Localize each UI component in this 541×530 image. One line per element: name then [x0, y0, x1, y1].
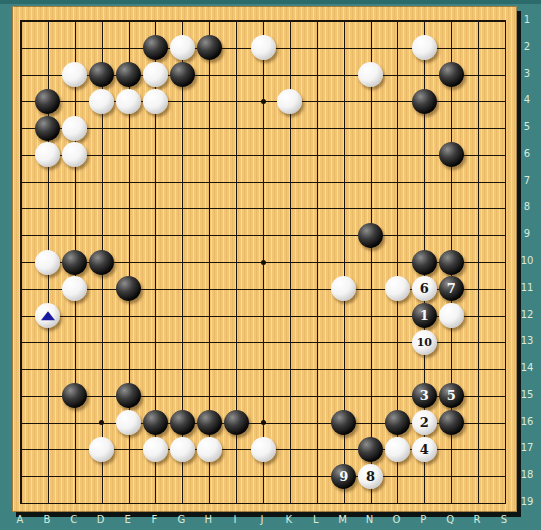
stone-white-N18[interactable]: 8 [358, 464, 383, 489]
row-label-18: 18 [516, 469, 538, 480]
stone-black-P12[interactable]: 1 [412, 303, 437, 328]
stone-black-F16[interactable] [143, 410, 168, 435]
stone-black-Q6[interactable] [439, 142, 464, 167]
row-label-19: 19 [516, 496, 538, 507]
stone-black-P15[interactable]: 3 [412, 383, 437, 408]
window-top-strip [0, 0, 541, 4]
row-label-10: 10 [516, 255, 538, 266]
row-label-13: 13 [516, 335, 538, 346]
stone-black-P4[interactable] [412, 89, 437, 114]
row-label-1: 1 [516, 14, 538, 25]
row-label-3: 3 [516, 68, 538, 79]
hoshi-star-point [261, 99, 266, 104]
stone-black-G3[interactable] [170, 62, 195, 87]
stone-black-C10[interactable] [62, 250, 87, 275]
row-label-14: 14 [516, 362, 538, 373]
move-number-label: 7 [439, 276, 464, 301]
column-label-B: B [38, 514, 56, 525]
stone-black-Q10[interactable] [439, 250, 464, 275]
column-label-G: G [172, 514, 190, 525]
move-number-label: 3 [412, 383, 437, 408]
stone-black-O16[interactable] [385, 410, 410, 435]
column-label-M: M [334, 514, 352, 525]
column-label-Q: Q [441, 514, 459, 525]
column-label-C: C [65, 514, 83, 525]
stone-black-B5[interactable] [35, 116, 60, 141]
stone-white-F4[interactable] [143, 89, 168, 114]
stone-black-P10[interactable] [412, 250, 437, 275]
column-label-I: I [226, 514, 244, 525]
column-label-J: J [253, 514, 271, 525]
column-label-H: H [199, 514, 217, 525]
column-label-N: N [361, 514, 379, 525]
stone-white-J2[interactable] [251, 35, 276, 60]
stone-black-H16[interactable] [197, 410, 222, 435]
move-number-label: 9 [331, 464, 356, 489]
hoshi-star-point [261, 260, 266, 265]
stone-black-G16[interactable] [170, 410, 195, 435]
column-label-F: F [145, 514, 163, 525]
row-label-9: 9 [516, 228, 538, 239]
move-number-label: 6 [412, 276, 437, 301]
row-label-2: 2 [516, 41, 538, 52]
row-label-12: 12 [516, 309, 538, 320]
move-number-label: 5 [439, 383, 464, 408]
row-label-4: 4 [516, 94, 538, 105]
move-number-label: 1 [412, 303, 437, 328]
column-label-P: P [414, 514, 432, 525]
stone-black-H2[interactable] [197, 35, 222, 60]
column-label-K: K [280, 514, 298, 525]
row-label-6: 6 [516, 148, 538, 159]
row-label-11: 11 [516, 282, 538, 293]
column-label-E: E [119, 514, 137, 525]
move-number-label: 4 [412, 437, 437, 462]
stone-black-Q11[interactable]: 7 [439, 276, 464, 301]
stone-white-F3[interactable] [143, 62, 168, 87]
row-label-15: 15 [516, 389, 538, 400]
stone-white-P13[interactable]: 10 [412, 330, 437, 355]
row-label-5: 5 [516, 121, 538, 132]
stone-white-J17[interactable] [251, 437, 276, 462]
stone-white-P2[interactable] [412, 35, 437, 60]
stone-white-Q12[interactable] [439, 303, 464, 328]
row-label-8: 8 [516, 201, 538, 212]
stone-black-Q15[interactable]: 5 [439, 383, 464, 408]
stone-black-N17[interactable] [358, 437, 383, 462]
stone-white-P16[interactable]: 2 [412, 410, 437, 435]
stone-white-O17[interactable] [385, 437, 410, 462]
stone-black-N9[interactable] [358, 223, 383, 248]
stone-white-G2[interactable] [170, 35, 195, 60]
column-label-S: S [495, 514, 513, 525]
go-board[interactable]: 67110352498 [12, 6, 517, 512]
stone-white-B10[interactable] [35, 250, 60, 275]
column-label-A: A [11, 514, 29, 525]
triangle-marker [41, 311, 55, 320]
row-label-7: 7 [516, 175, 538, 186]
stone-white-E4[interactable] [116, 89, 141, 114]
column-label-L: L [307, 514, 325, 525]
stone-white-C5[interactable] [62, 116, 87, 141]
stone-white-P11[interactable]: 6 [412, 276, 437, 301]
move-number-label: 2 [412, 410, 437, 435]
stone-black-M18[interactable]: 9 [331, 464, 356, 489]
column-label-R: R [468, 514, 486, 525]
stone-black-D10[interactable] [89, 250, 114, 275]
stone-white-H17[interactable] [197, 437, 222, 462]
stone-black-I16[interactable] [224, 410, 249, 435]
move-number-label: 8 [358, 464, 383, 489]
stone-white-P17[interactable]: 4 [412, 437, 437, 462]
column-label-O: O [387, 514, 405, 525]
hoshi-star-point [261, 420, 266, 425]
move-number-label: 10 [412, 330, 437, 355]
column-label-D: D [92, 514, 110, 525]
row-label-17: 17 [516, 442, 538, 453]
stone-black-Q3[interactable] [439, 62, 464, 87]
stone-white-D17[interactable] [89, 437, 114, 462]
stone-white-D4[interactable] [89, 89, 114, 114]
row-label-16: 16 [516, 416, 538, 427]
stone-black-Q16[interactable] [439, 410, 464, 435]
stone-white-G17[interactable] [170, 437, 195, 462]
stone-white-F17[interactable] [143, 437, 168, 462]
